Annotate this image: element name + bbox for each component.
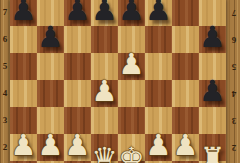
piece-black-pawn-h6[interactable]: ♟ xyxy=(199,16,226,52)
piece-black-pawn-b6[interactable]: ♟ xyxy=(37,16,64,52)
rank-label-left-6: 6 xyxy=(0,34,10,45)
square-g7[interactable] xyxy=(172,0,199,26)
square-g6[interactable] xyxy=(172,26,199,53)
piece-white-rook-h1[interactable]: ♜ xyxy=(199,137,226,163)
piece-white-pawn-e5[interactable]: ♟ xyxy=(118,43,145,79)
rank-label-left-7: 7 xyxy=(0,7,10,18)
square-b4[interactable] xyxy=(37,80,64,107)
piece-white-queen-d1[interactable]: ♛ xyxy=(91,137,118,163)
square-a5[interactable] xyxy=(10,53,37,80)
chess-app-board-screenshot: ♟♟♟♟♟♟♟♟♟♟♟♟♟♟♟♛♚♜ 765432 765432 xyxy=(0,0,240,163)
square-a4[interactable] xyxy=(10,80,37,107)
piece-white-pawn-g2[interactable]: ♟ xyxy=(172,124,199,160)
square-c4[interactable] xyxy=(64,80,91,107)
piece-black-pawn-e7[interactable]: ♟ xyxy=(118,0,145,25)
rank-label-left-5: 5 xyxy=(0,61,10,72)
square-h3[interactable] xyxy=(199,107,226,134)
square-c5[interactable] xyxy=(64,53,91,80)
rank-label-right-4: 4 xyxy=(228,88,240,99)
square-b5[interactable] xyxy=(37,53,64,80)
rank-label-right-7: 7 xyxy=(228,7,240,18)
piece-white-pawn-f2[interactable]: ♟ xyxy=(145,124,172,160)
piece-black-pawn-a7[interactable]: ♟ xyxy=(10,0,37,25)
square-e4[interactable] xyxy=(118,80,145,107)
piece-white-pawn-a2[interactable]: ♟ xyxy=(10,124,37,160)
piece-black-pawn-f7[interactable]: ♟ xyxy=(145,0,172,25)
piece-white-king-e1[interactable]: ♚ xyxy=(118,137,145,163)
square-d6[interactable] xyxy=(91,26,118,53)
square-a6[interactable] xyxy=(10,26,37,53)
square-f6[interactable] xyxy=(145,26,172,53)
piece-white-pawn-c2[interactable]: ♟ xyxy=(64,124,91,160)
chess-board: ♟♟♟♟♟♟♟♟♟♟♟♟♟♟♟♛♚♜ xyxy=(10,0,226,163)
rank-label-right-5: 5 xyxy=(228,61,240,72)
rank-label-left-2: 2 xyxy=(0,142,10,153)
piece-white-pawn-b2[interactable]: ♟ xyxy=(37,124,64,160)
square-g5[interactable] xyxy=(172,53,199,80)
rank-label-right-2: 2 xyxy=(228,142,240,153)
square-d3[interactable] xyxy=(91,107,118,134)
rank-label-left-3: 3 xyxy=(0,115,10,126)
square-f5[interactable] xyxy=(145,53,172,80)
square-c6[interactable] xyxy=(64,26,91,53)
rank-label-left-4: 4 xyxy=(0,88,10,99)
square-g4[interactable] xyxy=(172,80,199,107)
piece-black-pawn-c7[interactable]: ♟ xyxy=(64,0,91,25)
square-f4[interactable] xyxy=(145,80,172,107)
rank-label-right-6: 6 xyxy=(228,34,240,45)
piece-black-pawn-d7[interactable]: ♟ xyxy=(91,0,118,25)
rank-label-right-3: 3 xyxy=(228,115,240,126)
square-e3[interactable] xyxy=(118,107,145,134)
piece-white-pawn-d4[interactable]: ♟ xyxy=(91,70,118,106)
piece-black-pawn-h4[interactable]: ♟ xyxy=(199,70,226,106)
